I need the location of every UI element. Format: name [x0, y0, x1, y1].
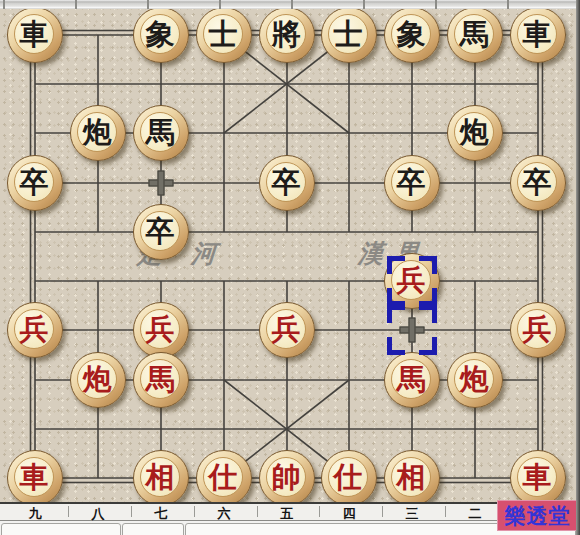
- piece-glyph: 兵: [134, 303, 186, 355]
- red-general[interactable]: 帥: [259, 450, 315, 506]
- black-elephant[interactable]: 象: [133, 7, 189, 63]
- black-horse[interactable]: 馬: [133, 105, 189, 161]
- bracket-corner-icon: [387, 256, 405, 274]
- black-advisor[interactable]: 士: [196, 7, 252, 63]
- piece-glyph: 將: [260, 8, 312, 60]
- piece-glyph: 炮: [71, 353, 123, 405]
- move-highlight-brackets: [387, 305, 437, 355]
- piece-glyph: 士: [197, 8, 249, 60]
- move-highlight-brackets: [387, 256, 437, 306]
- piece-glyph: 卒: [260, 156, 312, 208]
- red-soldier[interactable]: 兵: [510, 302, 566, 358]
- black-soldier[interactable]: 卒: [259, 155, 315, 211]
- file-label: 二: [469, 505, 482, 523]
- black-soldier[interactable]: 卒: [7, 155, 63, 211]
- red-advisor[interactable]: 仕: [321, 450, 377, 506]
- bottom-cells-band: [0, 521, 580, 535]
- bracket-corner-icon: [419, 288, 437, 306]
- piece-glyph: 車: [8, 451, 60, 503]
- red-soldier[interactable]: 兵: [259, 302, 315, 358]
- file-label: 三: [406, 505, 419, 523]
- piece-glyph: 士: [322, 8, 374, 60]
- black-advisor[interactable]: 士: [321, 7, 377, 63]
- piece-glyph: 馬: [385, 353, 437, 405]
- piece-glyph: 帥: [260, 451, 312, 503]
- red-advisor[interactable]: 仕: [196, 450, 252, 506]
- file-label-tick: [131, 506, 132, 517]
- red-soldier[interactable]: 兵: [7, 302, 63, 358]
- piece-glyph: 卒: [134, 205, 186, 257]
- black-horse[interactable]: 馬: [447, 7, 503, 63]
- piece-glyph: 卒: [511, 156, 563, 208]
- black-chariot[interactable]: 車: [7, 7, 63, 63]
- piece-glyph: 馬: [448, 8, 500, 60]
- black-chariot[interactable]: 車: [510, 7, 566, 63]
- red-horse[interactable]: 馬: [384, 352, 440, 408]
- piece-glyph: 相: [134, 451, 186, 503]
- file-label-tick: [445, 506, 446, 517]
- bracket-corner-icon: [387, 288, 405, 306]
- red-cannon[interactable]: 炮: [447, 352, 503, 408]
- file-label: 九: [29, 505, 42, 523]
- piece-glyph: 兵: [260, 303, 312, 355]
- piece-glyph: 兵: [8, 303, 60, 355]
- black-soldier[interactable]: 卒: [384, 155, 440, 211]
- piece-glyph: 仕: [197, 451, 249, 503]
- file-label-strip: 九八七六五四三二: [0, 502, 580, 521]
- bracket-corner-icon: [387, 305, 405, 323]
- piece-glyph: 仕: [322, 451, 374, 503]
- piece-glyph: 馬: [134, 106, 186, 158]
- window-top-strip: [0, 0, 580, 9]
- file-label: 四: [343, 505, 356, 523]
- piece-glyph: 炮: [448, 106, 500, 158]
- black-soldier[interactable]: 卒: [133, 204, 189, 260]
- bracket-corner-icon: [419, 337, 437, 355]
- red-elephant[interactable]: 相: [133, 450, 189, 506]
- red-chariot[interactable]: 車: [7, 450, 63, 506]
- bottom-cell: [1, 523, 121, 535]
- file-label-tick: [382, 506, 383, 517]
- piece-glyph: 兵: [511, 303, 563, 355]
- piece-glyph: 象: [134, 8, 186, 60]
- piece-glyph: 相: [385, 451, 437, 503]
- bracket-corner-icon: [419, 256, 437, 274]
- red-cannon[interactable]: 炮: [70, 352, 126, 408]
- last-move-origin-cross: [149, 171, 174, 196]
- piece-glyph: 車: [511, 8, 563, 60]
- file-label: 五: [281, 505, 294, 523]
- file-label-tick: [194, 506, 195, 517]
- red-horse[interactable]: 馬: [133, 352, 189, 408]
- black-elephant[interactable]: 象: [384, 7, 440, 63]
- letou-tang-logo[interactable]: 樂透堂: [497, 500, 578, 531]
- piece-glyph: 車: [511, 451, 563, 503]
- piece-glyph: 炮: [71, 106, 123, 158]
- file-label: 六: [218, 505, 231, 523]
- bottom-cell: [122, 523, 184, 535]
- file-label-tick: [257, 506, 258, 517]
- black-cannon[interactable]: 炮: [447, 105, 503, 161]
- piece-glyph: 象: [385, 8, 437, 60]
- piece-glyph: 卒: [385, 156, 437, 208]
- red-elephant[interactable]: 相: [384, 450, 440, 506]
- bracket-corner-icon: [419, 305, 437, 323]
- window-right-border: [576, 0, 580, 535]
- file-label: 七: [155, 505, 168, 523]
- red-soldier[interactable]: 兵: [133, 302, 189, 358]
- file-label-tick: [68, 506, 69, 517]
- black-cannon[interactable]: 炮: [70, 105, 126, 161]
- red-chariot[interactable]: 車: [510, 450, 566, 506]
- piece-glyph: 炮: [448, 353, 500, 405]
- black-soldier[interactable]: 卒: [510, 155, 566, 211]
- xiangqi-app-window: 楚河 漢界 車象士將士象馬車炮馬炮卒卒卒卒卒兵兵兵兵兵炮馬馬炮車相仕帥仕相車 九…: [0, 0, 580, 535]
- file-label: 八: [92, 505, 105, 523]
- bracket-corner-icon: [387, 337, 405, 355]
- piece-glyph: 卒: [8, 156, 60, 208]
- black-general[interactable]: 將: [259, 7, 315, 63]
- piece-glyph: 車: [8, 8, 60, 60]
- file-label-tick: [319, 506, 320, 517]
- piece-glyph: 馬: [134, 353, 186, 405]
